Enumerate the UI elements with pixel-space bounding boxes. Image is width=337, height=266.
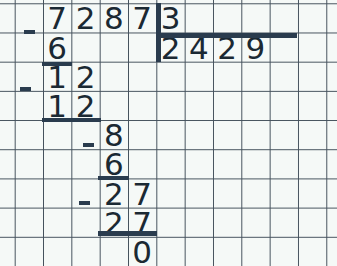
grid-cell-digit: 6 (100, 149, 128, 178)
grid-cell-digit: 7 (43, 3, 71, 32)
squared-paper-long-division-board: 728736242912128627270 (0, 0, 337, 266)
division-grid: 728736242912128627270 (15, 3, 327, 266)
grid-cell-digit: 8 (100, 3, 128, 32)
subtraction-underline (42, 62, 73, 66)
minus-sign (24, 30, 35, 34)
subtraction-underline (42, 118, 101, 122)
subtraction-underline (98, 231, 157, 235)
grid-cell-digit: 8 (100, 120, 128, 149)
grid-cell-digit: 6 (43, 32, 71, 61)
grid-cell-digit: 2 (100, 178, 128, 207)
minus-sign (79, 201, 90, 205)
division-bracket-horizontal-bar (156, 33, 297, 37)
grid-cell-digit: 0 (128, 237, 156, 266)
subtraction-underline (98, 176, 129, 180)
grid-cell-digit: 7 (128, 178, 156, 207)
grid-cell-digit: 7 (128, 3, 156, 32)
grid-cell-digit: 1 (43, 62, 71, 91)
grid-cell-digit: 2 (71, 91, 99, 120)
minus-sign (20, 87, 31, 91)
minus-sign (83, 143, 94, 147)
grid-cell-digit: 2 (71, 3, 99, 32)
grid-cell-digit: 1 (43, 91, 71, 120)
grid-cell-digit: 2 (71, 62, 99, 91)
